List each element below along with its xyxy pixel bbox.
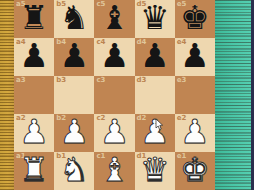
piece-white-rook[interactable]: ♜ [19, 151, 49, 189]
square-d3[interactable]: d3 [135, 76, 175, 114]
square-b2[interactable]: b2♟ [54, 114, 94, 152]
square-c5[interactable]: c5♝ [94, 0, 134, 38]
square-a4[interactable]: a4♟ [14, 38, 54, 76]
piece-white-pawn[interactable]: ♟ [100, 113, 130, 151]
chessboard[interactable]: a5♜b5♞c5♝d5♛e5♚a4♟b4♟c4♟d4♟e4♟a3b3c3d3e3… [14, 0, 215, 190]
piece-black-pawn[interactable]: ♟ [59, 37, 89, 75]
square-d1[interactable]: d1♛ [135, 152, 175, 190]
piece-white-pawn[interactable]: ♟ [19, 113, 49, 151]
piece-black-pawn[interactable]: ♟ [180, 37, 210, 75]
square-d5[interactable]: d5♛ [135, 0, 175, 38]
piece-black-rook[interactable]: ♜ [19, 0, 49, 37]
coordinate-label-a3: a3 [16, 77, 26, 84]
piece-white-king[interactable]: ♚ [180, 151, 210, 189]
square-e3[interactable]: e3 [175, 76, 215, 114]
square-b4[interactable]: b4♟ [54, 38, 94, 76]
coordinate-label-c3: c3 [96, 77, 105, 84]
square-d2[interactable]: d2♟ [135, 114, 175, 152]
square-d4[interactable]: d4♟ [135, 38, 175, 76]
minichess-screenshot: a5♜b5♞c5♝d5♛e5♚a4♟b4♟c4♟d4♟e4♟a3b3c3d3e3… [0, 0, 254, 190]
piece-white-knight[interactable]: ♞ [59, 151, 89, 189]
square-c2[interactable]: c2♟ [94, 114, 134, 152]
piece-black-pawn[interactable]: ♟ [140, 37, 170, 75]
piece-white-pawn[interactable]: ♟ [180, 113, 210, 151]
square-a1[interactable]: a1♜ [14, 152, 54, 190]
piece-white-queen[interactable]: ♛ [140, 151, 170, 189]
square-a5[interactable]: a5♜ [14, 0, 54, 38]
piece-black-knight[interactable]: ♞ [59, 0, 89, 37]
square-e2[interactable]: e2♟ [175, 114, 215, 152]
square-c1[interactable]: c1♝ [94, 152, 134, 190]
piece-black-pawn[interactable]: ♟ [100, 37, 130, 75]
piece-white-pawn[interactable]: ♟ [59, 113, 89, 151]
piece-black-pawn[interactable]: ♟ [19, 37, 49, 75]
square-a2[interactable]: a2♟ [14, 114, 54, 152]
square-b3[interactable]: b3 [54, 76, 94, 114]
piece-black-queen[interactable]: ♛ [140, 0, 170, 37]
piece-white-bishop[interactable]: ♝ [100, 151, 130, 189]
square-e4[interactable]: e4♟ [175, 38, 215, 76]
left-glitch-strip [0, 0, 14, 190]
square-e1[interactable]: e1♚ [175, 152, 215, 190]
square-c3[interactable]: c3 [94, 76, 134, 114]
piece-black-bishop[interactable]: ♝ [100, 0, 130, 37]
right-glitch-strip [215, 0, 254, 190]
piece-white-pawn[interactable]: ♟ [140, 113, 170, 151]
square-c4[interactable]: c4♟ [94, 38, 134, 76]
coordinate-label-d3: d3 [137, 77, 147, 84]
right-edge-line [251, 0, 254, 190]
coordinate-label-e3: e3 [177, 77, 187, 84]
square-a3[interactable]: a3 [14, 76, 54, 114]
square-b5[interactable]: b5♞ [54, 0, 94, 38]
coordinate-label-b3: b3 [56, 77, 66, 84]
square-b1[interactable]: b1♞ [54, 152, 94, 190]
square-e5[interactable]: e5♚ [175, 0, 215, 38]
piece-black-king[interactable]: ♚ [180, 0, 210, 37]
